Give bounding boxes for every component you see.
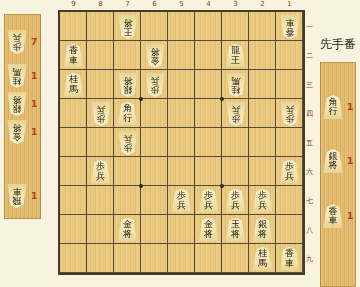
piece-sente-promoted-rook[interactable]: 龍王 (226, 44, 246, 68)
piece-sente-pawn[interactable]: 歩兵 (199, 189, 219, 213)
piece-sente-gold[interactable]: 金将 (199, 218, 219, 242)
piece-sente-gold[interactable]: 金将 (118, 218, 138, 242)
piece-sente-lance[interactable]: 香車 (280, 247, 300, 271)
hand-count: 7 (31, 37, 37, 47)
hand-count: 1 (31, 99, 37, 109)
turn-indicator: 先手番 (320, 36, 360, 53)
hand-count: 1 (31, 71, 37, 81)
piece-sente-bishop[interactable]: 角行 (118, 102, 138, 126)
piece-sente-silver[interactable]: 銀将 (253, 218, 273, 242)
hand-count: 1 (347, 211, 353, 221)
gote-hand-item: 飛車1 (7, 184, 37, 208)
file-label: 3 (222, 0, 249, 9)
piece-gote-knight[interactable]: 桂馬 (226, 73, 246, 97)
piece-sente-pawn[interactable]: 歩兵 (226, 189, 246, 213)
rank-label: 一 (306, 22, 316, 32)
sente-hand-stand: 角行1銀将1香車1 (320, 62, 356, 287)
piece-gold[interactable]: 金将 (7, 120, 27, 144)
rank-label: 二 (306, 51, 316, 61)
sente-hand-item: 銀将1 (323, 149, 353, 173)
piece-sente-pawn[interactable]: 歩兵 (91, 160, 111, 184)
piece-sente-king[interactable]: 玉将 (226, 218, 246, 242)
shogi-board[interactable]: 王将香車香車金将龍王桂馬銀将歩兵桂馬歩兵角行歩兵歩兵歩兵歩兵歩兵歩兵歩兵歩兵歩兵… (58, 10, 305, 275)
file-label: 7 (114, 0, 141, 9)
hand-count: 1 (31, 127, 37, 137)
gote-hand-item: 歩兵7 (7, 30, 37, 54)
rank-label: 五 (306, 138, 316, 148)
piece-sente-knight[interactable]: 桂馬 (64, 73, 84, 97)
piece-silver[interactable]: 銀将 (7, 92, 27, 116)
piece-sente-lance[interactable]: 香車 (64, 44, 84, 68)
piece-bishop[interactable]: 角行 (323, 95, 343, 119)
file-label: 5 (168, 0, 195, 9)
rank-label: 七 (306, 196, 316, 206)
gote-hand-item: 銀将1 (7, 92, 37, 116)
file-label: 4 (195, 0, 222, 9)
gote-hand-item: 桂馬1 (7, 64, 37, 88)
piece-gote-gold[interactable]: 金将 (145, 44, 165, 68)
piece-sente-knight[interactable]: 桂馬 (253, 247, 273, 271)
hoshi-dot (139, 97, 143, 101)
gote-hand-item: 金将1 (7, 120, 37, 144)
rank-label: 三 (306, 80, 316, 90)
hand-count: 1 (31, 191, 37, 201)
piece-gote-pawn[interactable]: 歩兵 (226, 102, 246, 126)
file-label: 9 (60, 0, 87, 9)
file-label: 6 (141, 0, 168, 9)
sente-hand-item: 角行1 (323, 95, 353, 119)
piece-gote-pawn[interactable]: 歩兵 (118, 131, 138, 155)
piece-sente-pawn[interactable]: 歩兵 (253, 189, 273, 213)
piece-gote-king[interactable]: 王将 (118, 15, 138, 39)
rank-label: 九 (306, 254, 316, 264)
shogi-app: 歩兵7桂馬1銀将1金将1飛車1 987654321 王将香車香車金将龍王桂馬銀将… (0, 0, 360, 287)
rank-label: 四 (306, 109, 316, 119)
piece-sente-pawn[interactable]: 歩兵 (172, 189, 192, 213)
file-label: 1 (276, 0, 303, 9)
hoshi-dot (220, 184, 224, 188)
hand-count: 1 (347, 156, 353, 166)
piece-gote-silver[interactable]: 銀将 (118, 73, 138, 97)
piece-knight[interactable]: 桂馬 (7, 64, 27, 88)
rank-label: 八 (306, 225, 316, 235)
hoshi-dot (220, 97, 224, 101)
piece-lance[interactable]: 香車 (323, 204, 343, 228)
piece-gote-pawn[interactable]: 歩兵 (280, 102, 300, 126)
file-label: 8 (87, 0, 114, 9)
file-labels: 987654321 (60, 0, 303, 9)
sente-hand-item: 香車1 (323, 204, 353, 228)
gote-hand-stand: 歩兵7桂馬1銀将1金将1飛車1 (4, 14, 41, 219)
hand-count: 1 (347, 102, 353, 112)
piece-silver[interactable]: 銀将 (323, 149, 343, 173)
piece-sente-pawn[interactable]: 歩兵 (280, 160, 300, 184)
file-label: 2 (249, 0, 276, 9)
piece-rook[interactable]: 飛車 (7, 184, 27, 208)
piece-pawn[interactable]: 歩兵 (7, 30, 27, 54)
hoshi-dot (139, 184, 143, 188)
piece-gote-lance[interactable]: 香車 (280, 15, 300, 39)
piece-gote-pawn[interactable]: 歩兵 (91, 102, 111, 126)
rank-label: 六 (306, 167, 316, 177)
piece-gote-pawn[interactable]: 歩兵 (145, 73, 165, 97)
